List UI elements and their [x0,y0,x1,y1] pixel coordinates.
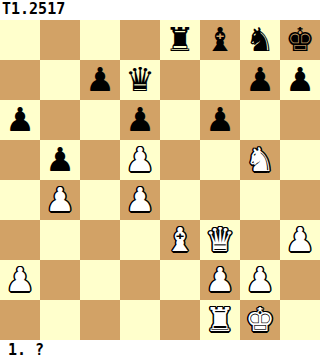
square-e3[interactable]: ♝ [160,220,200,260]
move-prompt: 1. ? [0,340,320,360]
square-d5[interactable]: ♟ [120,140,160,180]
square-c8[interactable] [80,20,120,60]
square-e2[interactable] [160,260,200,300]
square-f2[interactable]: ♟ [200,260,240,300]
square-e8[interactable]: ♜ [160,20,200,60]
puzzle-title: T1.2517 [0,0,320,20]
square-g6[interactable] [240,100,280,140]
square-c6[interactable] [80,100,120,140]
piece-white-pawn[interactable]: ♟ [45,180,75,220]
square-b2[interactable] [40,260,80,300]
square-a2[interactable]: ♟ [0,260,40,300]
piece-white-knight[interactable]: ♞ [245,140,275,180]
square-a1[interactable] [0,300,40,340]
square-c1[interactable] [80,300,120,340]
square-h2[interactable] [280,260,320,300]
square-f8[interactable]: ♝ [200,20,240,60]
square-f4[interactable] [200,180,240,220]
square-c3[interactable] [80,220,120,260]
square-h6[interactable] [280,100,320,140]
square-a3[interactable] [0,220,40,260]
piece-white-pawn[interactable]: ♟ [5,260,35,300]
square-g5[interactable]: ♞ [240,140,280,180]
square-b8[interactable] [40,20,80,60]
square-a5[interactable] [0,140,40,180]
square-c2[interactable] [80,260,120,300]
square-a6[interactable]: ♟ [0,100,40,140]
chess-board: ♜♝♞♚♟♛♟♟♟♟♟♟♟♞♟♟♝♛♟♟♟♟♜♚ [0,20,320,340]
square-c4[interactable] [80,180,120,220]
piece-black-bishop[interactable]: ♝ [205,20,235,60]
square-g3[interactable] [240,220,280,260]
square-h1[interactable] [280,300,320,340]
square-h8[interactable]: ♚ [280,20,320,60]
piece-white-king[interactable]: ♚ [245,300,275,340]
piece-black-pawn[interactable]: ♟ [245,60,275,100]
square-d3[interactable] [120,220,160,260]
piece-white-pawn[interactable]: ♟ [125,140,155,180]
square-a8[interactable] [0,20,40,60]
square-g1[interactable]: ♚ [240,300,280,340]
square-f1[interactable]: ♜ [200,300,240,340]
square-d1[interactable] [120,300,160,340]
chess-puzzle-app: T1.2517 ♜♝♞♚♟♛♟♟♟♟♟♟♟♞♟♟♝♛♟♟♟♟♜♚ 1. ? [0,0,320,360]
piece-black-pawn[interactable]: ♟ [5,100,35,140]
square-a7[interactable] [0,60,40,100]
piece-white-pawn[interactable]: ♟ [245,260,275,300]
square-c7[interactable]: ♟ [80,60,120,100]
square-f6[interactable]: ♟ [200,100,240,140]
piece-white-pawn[interactable]: ♟ [125,180,155,220]
square-g8[interactable]: ♞ [240,20,280,60]
square-d7[interactable]: ♛ [120,60,160,100]
square-h4[interactable] [280,180,320,220]
square-f7[interactable] [200,60,240,100]
piece-black-rook[interactable]: ♜ [165,20,195,60]
square-d4[interactable]: ♟ [120,180,160,220]
piece-black-king[interactable]: ♚ [285,20,315,60]
piece-white-pawn[interactable]: ♟ [205,260,235,300]
square-e4[interactable] [160,180,200,220]
piece-black-queen[interactable]: ♛ [125,60,155,100]
square-h7[interactable]: ♟ [280,60,320,100]
square-e5[interactable] [160,140,200,180]
square-e6[interactable] [160,100,200,140]
piece-black-knight[interactable]: ♞ [245,20,275,60]
piece-white-bishop[interactable]: ♝ [165,220,195,260]
square-c5[interactable] [80,140,120,180]
piece-black-pawn[interactable]: ♟ [125,100,155,140]
piece-black-pawn[interactable]: ♟ [205,100,235,140]
square-b4[interactable]: ♟ [40,180,80,220]
square-b3[interactable] [40,220,80,260]
square-g7[interactable]: ♟ [240,60,280,100]
piece-black-pawn[interactable]: ♟ [85,60,115,100]
square-d8[interactable] [120,20,160,60]
piece-black-pawn[interactable]: ♟ [45,140,75,180]
piece-black-pawn[interactable]: ♟ [285,60,315,100]
square-b6[interactable] [40,100,80,140]
square-b7[interactable] [40,60,80,100]
square-g2[interactable]: ♟ [240,260,280,300]
piece-white-queen[interactable]: ♛ [205,220,235,260]
square-g4[interactable] [240,180,280,220]
square-h5[interactable] [280,140,320,180]
piece-white-rook[interactable]: ♜ [205,300,235,340]
square-d2[interactable] [120,260,160,300]
square-h3[interactable]: ♟ [280,220,320,260]
square-b5[interactable]: ♟ [40,140,80,180]
square-d6[interactable]: ♟ [120,100,160,140]
square-e1[interactable] [160,300,200,340]
square-f5[interactable] [200,140,240,180]
square-f3[interactable]: ♛ [200,220,240,260]
piece-white-pawn[interactable]: ♟ [285,220,315,260]
square-b1[interactable] [40,300,80,340]
square-a4[interactable] [0,180,40,220]
square-e7[interactable] [160,60,200,100]
